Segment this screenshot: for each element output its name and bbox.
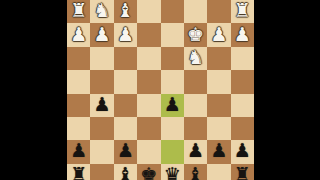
piece-white-knight[interactable]: ♞ <box>94 1 111 20</box>
square-f3[interactable]: ♞ <box>184 47 207 70</box>
square-d4[interactable] <box>137 70 160 93</box>
piece-white-pawn[interactable]: ♟ <box>234 25 251 44</box>
piece-black-pawn[interactable]: ♟ <box>164 95 181 114</box>
square-h2[interactable]: ♟ <box>231 23 254 46</box>
square-f6[interactable] <box>184 117 207 140</box>
piece-black-pawn[interactable]: ♟ <box>94 95 111 114</box>
square-e2[interactable] <box>161 23 184 46</box>
square-b7[interactable] <box>90 140 113 163</box>
piece-black-queen[interactable]: ♛ <box>164 165 181 180</box>
piece-white-rook[interactable]: ♜ <box>234 1 251 20</box>
square-b6[interactable] <box>90 117 113 140</box>
square-d7[interactable] <box>137 140 160 163</box>
piece-white-pawn[interactable]: ♟ <box>94 25 111 44</box>
square-c3[interactable] <box>114 47 137 70</box>
square-d3[interactable] <box>137 47 160 70</box>
square-f7[interactable]: ♟ <box>184 140 207 163</box>
letterbox-left <box>0 0 67 180</box>
piece-black-bishop[interactable]: ♝ <box>117 165 134 180</box>
piece-black-pawn[interactable]: ♟ <box>187 141 204 160</box>
square-a2[interactable]: ♟ <box>67 23 90 46</box>
square-c8[interactable]: ♝ <box>114 164 137 180</box>
square-f1[interactable] <box>184 0 207 23</box>
square-a1[interactable]: ♜ <box>67 0 90 23</box>
square-e7[interactable] <box>161 140 184 163</box>
square-h3[interactable] <box>231 47 254 70</box>
piece-white-pawn[interactable]: ♟ <box>210 25 227 44</box>
piece-white-knight[interactable]: ♞ <box>187 48 204 67</box>
square-d5[interactable] <box>137 94 160 117</box>
square-c4[interactable] <box>114 70 137 93</box>
square-e1[interactable] <box>161 0 184 23</box>
square-h4[interactable] <box>231 70 254 93</box>
square-a8[interactable]: ♜ <box>67 164 90 180</box>
piece-white-bishop[interactable]: ♝ <box>117 1 134 20</box>
piece-black-pawn[interactable]: ♟ <box>234 141 251 160</box>
piece-black-pawn[interactable]: ♟ <box>117 141 134 160</box>
square-c1[interactable]: ♝ <box>114 0 137 23</box>
piece-black-bishop[interactable]: ♝ <box>187 165 204 180</box>
square-c6[interactable] <box>114 117 137 140</box>
square-b5[interactable]: ♟ <box>90 94 113 117</box>
square-g8[interactable] <box>207 164 230 180</box>
square-e5[interactable]: ♟ <box>161 94 184 117</box>
square-a3[interactable] <box>67 47 90 70</box>
piece-black-pawn[interactable]: ♟ <box>210 141 227 160</box>
square-e4[interactable] <box>161 70 184 93</box>
square-d6[interactable] <box>137 117 160 140</box>
piece-white-pawn[interactable]: ♟ <box>70 25 87 44</box>
square-d8[interactable]: ♚ <box>137 164 160 180</box>
square-a6[interactable] <box>67 117 90 140</box>
square-g2[interactable]: ♟ <box>207 23 230 46</box>
square-g1[interactable] <box>207 0 230 23</box>
square-h1[interactable]: ♜ <box>231 0 254 23</box>
square-d1[interactable] <box>137 0 160 23</box>
square-g7[interactable]: ♟ <box>207 140 230 163</box>
square-e6[interactable] <box>161 117 184 140</box>
square-b2[interactable]: ♟ <box>90 23 113 46</box>
square-a5[interactable] <box>67 94 90 117</box>
square-e8[interactable]: ♛ <box>161 164 184 180</box>
letterbox-right <box>254 0 320 180</box>
square-h7[interactable]: ♟ <box>231 140 254 163</box>
square-g3[interactable] <box>207 47 230 70</box>
square-b8[interactable] <box>90 164 113 180</box>
square-g6[interactable] <box>207 117 230 140</box>
square-a7[interactable]: ♟ <box>67 140 90 163</box>
piece-white-pawn[interactable]: ♟ <box>117 25 134 44</box>
square-f2[interactable]: ♚ <box>184 23 207 46</box>
square-f4[interactable] <box>184 70 207 93</box>
square-b3[interactable] <box>90 47 113 70</box>
square-f5[interactable] <box>184 94 207 117</box>
square-f8[interactable]: ♝ <box>184 164 207 180</box>
piece-white-king[interactable]: ♚ <box>187 25 204 44</box>
square-b4[interactable] <box>90 70 113 93</box>
piece-black-rook[interactable]: ♜ <box>234 165 251 180</box>
square-h6[interactable] <box>231 117 254 140</box>
piece-black-rook[interactable]: ♜ <box>70 165 87 180</box>
square-e3[interactable] <box>161 47 184 70</box>
square-c5[interactable] <box>114 94 137 117</box>
chess-board: ♜♞♝♜♟♟♟♚♟♟♞♟♟♟♟♟♟♟♜♝♚♛♝♜ <box>67 0 254 180</box>
square-c7[interactable]: ♟ <box>114 140 137 163</box>
square-a4[interactable] <box>67 70 90 93</box>
video-frame: ♜♞♝♜♟♟♟♚♟♟♞♟♟♟♟♟♟♟♜♝♚♛♝♜ <box>0 0 320 180</box>
piece-black-pawn[interactable]: ♟ <box>70 141 87 160</box>
square-h5[interactable] <box>231 94 254 117</box>
piece-black-king[interactable]: ♚ <box>140 165 157 180</box>
square-c2[interactable]: ♟ <box>114 23 137 46</box>
square-b1[interactable]: ♞ <box>90 0 113 23</box>
square-g5[interactable] <box>207 94 230 117</box>
square-h8[interactable]: ♜ <box>231 164 254 180</box>
square-g4[interactable] <box>207 70 230 93</box>
square-d2[interactable] <box>137 23 160 46</box>
piece-white-rook[interactable]: ♜ <box>70 1 87 20</box>
